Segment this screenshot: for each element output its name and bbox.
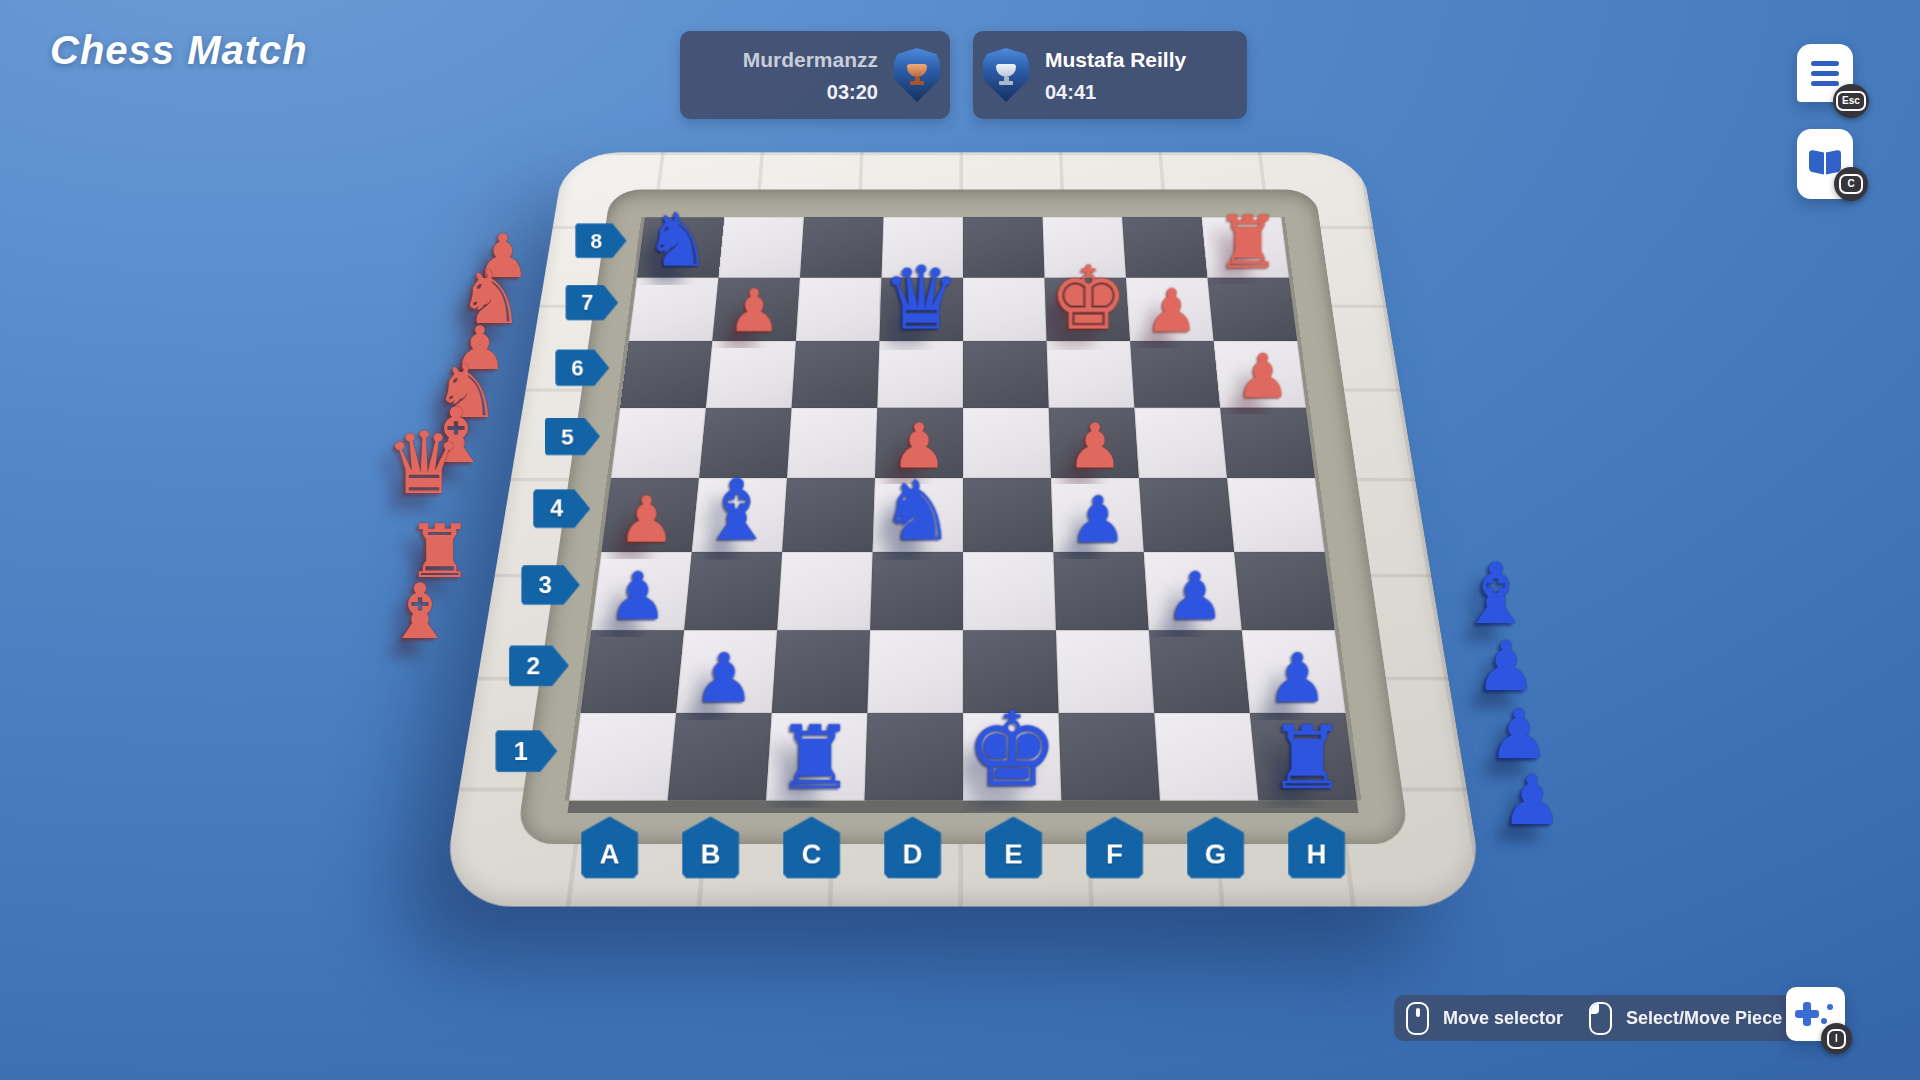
page-title: Chess Match: [50, 28, 308, 73]
captured-red-bishop: ♝: [386, 574, 454, 650]
blue-rook-h1[interactable]: ♜: [1258, 716, 1356, 799]
gamepad-hotkey-badge: I: [1821, 1023, 1852, 1054]
square-h5[interactable]: [1220, 408, 1315, 478]
square-f2[interactable]: [1056, 630, 1154, 713]
select-move-piece-label: Select/Move Piece: [1626, 1008, 1782, 1029]
square-h1[interactable]: ♜: [1250, 713, 1357, 801]
square-b7[interactable]: ♟: [712, 278, 800, 341]
blue-pawn-f4[interactable]: ♟: [1053, 490, 1143, 550]
square-b2[interactable]: ♟: [676, 630, 777, 713]
square-g5[interactable]: [1134, 408, 1227, 478]
blue-knight-a8[interactable]: ♞: [637, 206, 718, 276]
square-d1[interactable]: [865, 713, 963, 801]
square-a1[interactable]: [569, 713, 676, 801]
square-f1[interactable]: [1059, 713, 1160, 801]
square-a2[interactable]: [581, 630, 685, 713]
square-b8[interactable]: [718, 217, 803, 277]
square-d2[interactable]: [867, 630, 963, 713]
square-e6[interactable]: [963, 341, 1049, 408]
blue-rook-c1[interactable]: ♜: [766, 716, 864, 799]
square-f4[interactable]: ♟: [1051, 478, 1144, 552]
square-b6[interactable]: [706, 341, 796, 408]
square-d6[interactable]: [877, 341, 963, 408]
square-h8[interactable]: ♜: [1202, 217, 1289, 277]
mouse-left-icon: [1589, 1002, 1612, 1035]
chess-board[interactable]: ♞♜♟♛♚♟♟♟♟♟♝♞♟♟♟♟♟♜♚♜ 87654321 ABCDEFGH: [440, 152, 1487, 907]
board-container: ♞♜♟♛♚♟♟♟♟♟♝♞♟♟♟♟♟♜♚♜ 87654321 ABCDEFGH: [511, 26, 1415, 930]
captured-blue-bishop: ♝: [1458, 552, 1533, 636]
square-c2[interactable]: [772, 630, 870, 713]
square-h7[interactable]: [1208, 278, 1298, 341]
red-king-f7[interactable]: ♚: [1047, 257, 1131, 340]
controls-bar: Move selector Select/Move Piece: [1394, 995, 1790, 1041]
mouse-middle-icon: [1406, 1002, 1429, 1035]
square-a7[interactable]: [629, 278, 719, 341]
square-g2[interactable]: [1149, 630, 1250, 713]
square-c6[interactable]: [792, 341, 880, 408]
blue-king-e1[interactable]: ♚: [963, 701, 1061, 799]
captured-red-queen: ♛: [385, 420, 462, 506]
captured-blue-pawn: ♟: [1489, 701, 1550, 769]
blue-knight-d4[interactable]: ♞: [873, 472, 963, 550]
blue-pawn-g3[interactable]: ♟: [1149, 566, 1242, 628]
menu-hotkey-badge: Esc: [1833, 84, 1869, 118]
red-pawn-b7[interactable]: ♟: [712, 284, 796, 340]
move-selector-label: Move selector: [1443, 1008, 1563, 1029]
square-f5[interactable]: ♟: [1049, 408, 1139, 478]
rules-hotkey-badge: C: [1834, 167, 1868, 201]
blue-bishop-b4[interactable]: ♝: [692, 470, 782, 550]
red-rook-h8[interactable]: ♜: [1207, 208, 1288, 277]
square-c1[interactable]: ♜: [766, 713, 867, 801]
hamburger-icon: [1811, 61, 1839, 86]
square-c8[interactable]: [800, 217, 883, 277]
square-f6[interactable]: [1047, 341, 1135, 408]
square-d7[interactable]: ♛: [879, 278, 963, 341]
captured-blue-pawn: ♟: [1476, 633, 1537, 701]
blue-queen-d7[interactable]: ♛: [879, 257, 963, 340]
square-g6[interactable]: [1130, 341, 1220, 408]
square-b1[interactable]: [668, 713, 772, 801]
red-pawn-f5[interactable]: ♟: [1051, 418, 1139, 477]
red-pawn-a4[interactable]: ♟: [602, 490, 692, 550]
square-c7[interactable]: [796, 278, 882, 341]
square-e7[interactable]: [963, 278, 1047, 341]
square-g7[interactable]: ♟: [1126, 278, 1214, 341]
square-a6[interactable]: [620, 341, 712, 408]
square-a8[interactable]: ♞: [637, 217, 724, 277]
blue-pawn-a3[interactable]: ♟: [591, 566, 684, 628]
square-a4[interactable]: ♟: [601, 478, 699, 552]
red-pawn-g7[interactable]: ♟: [1130, 284, 1214, 340]
square-d4[interactable]: ♞: [873, 478, 963, 552]
square-f7[interactable]: ♚: [1045, 278, 1131, 341]
square-h2[interactable]: ♟: [1242, 630, 1346, 713]
blue-pawn-h2[interactable]: ♟: [1250, 647, 1346, 711]
captured-blue-pawn: ♟: [1502, 767, 1563, 835]
square-g1[interactable]: [1154, 713, 1258, 801]
red-pawn-h6[interactable]: ♟: [1220, 349, 1306, 406]
square-e8[interactable]: [963, 217, 1045, 277]
square-a5[interactable]: [611, 408, 706, 478]
square-b4[interactable]: ♝: [692, 478, 787, 552]
square-e1[interactable]: ♚: [963, 713, 1061, 801]
square-c5[interactable]: [787, 408, 877, 478]
board-squares[interactable]: ♞♜♟♛♚♟♟♟♟♟♝♞♟♟♟♟♟♜♚♜: [569, 217, 1357, 800]
blue-pawn-b2[interactable]: ♟: [676, 647, 772, 711]
square-e5[interactable]: [963, 408, 1051, 478]
square-g8[interactable]: [1122, 217, 1207, 277]
square-h6[interactable]: ♟: [1214, 341, 1306, 408]
